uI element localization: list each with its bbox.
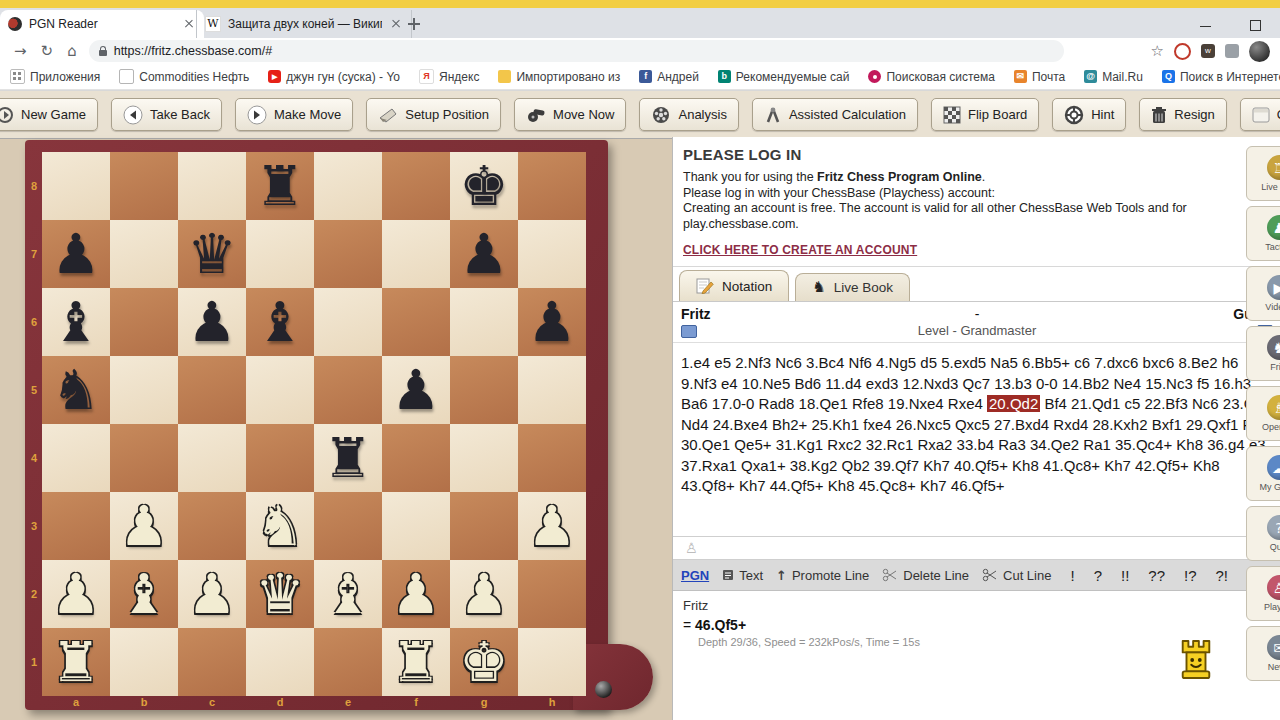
square-f2[interactable]: ♟	[382, 560, 450, 628]
players-icon: ♙	[1267, 575, 1280, 600]
black-rook[interactable]: ♜	[255, 152, 304, 220]
square-f4[interactable]	[382, 424, 450, 492]
square-h4[interactable]	[518, 424, 586, 492]
square-b8[interactable]	[110, 152, 178, 220]
square-c4[interactable]	[178, 424, 246, 492]
square-d1[interactable]	[246, 628, 314, 696]
square-h7[interactable]	[518, 220, 586, 288]
setup-position-button[interactable]: Setup Position	[366, 98, 501, 131]
url-text: https://fritz.chessbase.com/#	[114, 44, 272, 58]
facebook-icon: f	[639, 70, 652, 83]
square-e3[interactable]	[314, 492, 382, 560]
square-e7[interactable]	[314, 220, 382, 288]
youtube-icon: ▶	[268, 70, 281, 83]
bookmark-star-icon[interactable]: ☆	[1151, 42, 1164, 60]
sidebar-tile-players[interactable]: ♙Players	[1246, 566, 1280, 621]
sidebar-tile-label: Opening	[1262, 422, 1280, 432]
white-queen[interactable]: ♛	[255, 560, 304, 628]
square-a5[interactable]: ♞	[42, 356, 110, 424]
black-rook[interactable]: ♜	[323, 424, 372, 492]
current-move-highlight[interactable]: 20.Qd2	[987, 395, 1040, 412]
square-c2[interactable]: ♟	[178, 560, 246, 628]
cut-scissors-icon	[982, 568, 998, 582]
square-h5[interactable]	[518, 356, 586, 424]
annotation-good[interactable]: !	[1070, 567, 1074, 584]
chessboard-icon	[943, 106, 961, 124]
square-a6[interactable]: ♝	[42, 288, 110, 356]
new-game-icon	[0, 106, 14, 124]
black-bishop[interactable]: ♝	[51, 288, 100, 356]
sidebar-tile-label: Quiz	[1270, 542, 1280, 552]
black-pawn[interactable]: ♟	[391, 356, 440, 424]
tab-pgn-reader[interactable]: PGN Reader	[0, 10, 204, 38]
black-king[interactable]: ♚	[459, 152, 508, 220]
moves-line: 9.Nf3 e4 10.Ne5 Bd6 11.d4 exd3 12.Nxd3 Q…	[681, 375, 1251, 392]
white-bishop[interactable]: ♝	[119, 560, 168, 628]
browser-urlbar: → ↻ ⌂ https://fritz.chessbase.com/# ☆ w	[0, 38, 1280, 64]
square-f8[interactable]	[382, 152, 450, 220]
square-a2[interactable]: ♟	[42, 560, 110, 628]
fritz-mascot-icon	[1177, 639, 1215, 681]
sidebar-tile-my-game[interactable]: ☁My Game	[1246, 446, 1280, 501]
white-pawn[interactable]: ♟	[119, 492, 168, 560]
white-pawn[interactable]: ♟	[391, 560, 440, 628]
tab-title: PGN Reader	[29, 17, 175, 31]
white-pawn[interactable]: ♟	[51, 560, 100, 628]
square-c3[interactable]	[178, 492, 246, 560]
browser-tabbar: PGN Reader W Защита двух коней — Википед	[0, 8, 1280, 38]
sidebar-tile-label: Fritz	[1270, 362, 1280, 372]
square-a8[interactable]	[42, 152, 110, 220]
news-icon: ✉	[1267, 635, 1280, 660]
cut-line-button[interactable]: Cut Line	[982, 568, 1051, 583]
square-h1[interactable]	[518, 628, 586, 696]
sidebar-tile-label: Live Che	[1261, 182, 1280, 192]
square-e8[interactable]	[314, 152, 382, 220]
openings-icon: ♗	[1267, 395, 1280, 420]
sidebar-tile-news[interactable]: ✉News	[1246, 626, 1280, 681]
folder-icon	[498, 70, 511, 83]
engine-panel: Fritz = 46.Qf5+ Depth 29/36, Speed = 232…	[673, 591, 1280, 720]
search-system-icon	[868, 70, 881, 83]
login-line3: Creating an account is free. The account…	[683, 201, 1271, 232]
text-button[interactable]: Text	[722, 568, 763, 583]
square-c1[interactable]	[178, 628, 246, 696]
draw-window-icon	[1252, 107, 1270, 123]
sidebar-tile-label: My Game	[1259, 482, 1280, 492]
square-a4[interactable]	[42, 424, 110, 492]
moves-line: 1.e4 e5 2.Nf3 Nc6 3.Bc4 Nf6 4.Ng5 d5 5.e…	[681, 354, 1238, 371]
annotation-dubious[interactable]: ?!	[1216, 567, 1229, 584]
sidebar: ♖Live Che♟Tactics▶Videos♞Fritz♗Opening☁M…	[1246, 146, 1280, 681]
mail-icon: ✉	[1014, 70, 1027, 83]
black-queen[interactable]: ♛	[187, 220, 236, 288]
board-knob-ball	[595, 681, 612, 698]
live-book-knight-icon: ♞	[812, 280, 825, 295]
bookmark-imported[interactable]: Импортировано из	[498, 70, 620, 84]
square-d8[interactable]: ♜	[246, 152, 314, 220]
delete-line-button[interactable]: Delete Line	[882, 568, 969, 583]
square-e2[interactable]: ♝	[314, 560, 382, 628]
new-game-button[interactable]: New Game	[0, 98, 98, 131]
square-b3[interactable]: ♟	[110, 492, 178, 560]
pgn-toolbar: PGN Text ↑ Promote Line Delete Line Cut …	[673, 560, 1280, 591]
extension-gray-icon[interactable]	[1225, 44, 1239, 58]
file-label-d: d	[246, 695, 314, 709]
promote-arrow-icon: ↑	[776, 568, 787, 583]
square-f6[interactable]	[382, 288, 450, 356]
login-line1: Thank you for using the Fritz Chess Prog…	[683, 170, 1271, 186]
chess-board[interactable]: ♜♚♟♛♟♝♟♝♟♞♟♜♟♞♟♟♝♟♛♝♟♟♜♜♚	[42, 152, 586, 696]
assisted-calculation-button[interactable]: Assisted Calculation	[752, 98, 918, 131]
videos-icon: ▶	[1267, 275, 1280, 300]
engine-best-move: 46.Qf5+	[695, 617, 746, 633]
rank-label-3: 3	[27, 492, 41, 560]
mailru-icon: @	[1084, 70, 1097, 83]
square-e1[interactable]	[314, 628, 382, 696]
players-separator: -	[673, 306, 1280, 322]
rank-label-8: 8	[27, 152, 41, 220]
square-d5[interactable]	[246, 356, 314, 424]
window-frame-strip	[0, 0, 1280, 8]
square-c6[interactable]: ♟	[178, 288, 246, 356]
square-d7[interactable]	[246, 220, 314, 288]
rank-label-6: 6	[27, 288, 41, 356]
bookmark-search-system[interactable]: Поисковая система	[868, 70, 994, 84]
login-notice: PLEASE LOG IN Thank you for using the Fr…	[673, 137, 1280, 267]
fritz-icon: ♞	[1267, 335, 1280, 360]
square-e5[interactable]	[314, 356, 382, 424]
square-h8[interactable]	[518, 152, 586, 220]
white-pawn[interactable]: ♟	[459, 560, 508, 628]
square-d3[interactable]: ♞	[246, 492, 314, 560]
take-back-button[interactable]: Take Back	[111, 98, 222, 131]
square-c7[interactable]: ♛	[178, 220, 246, 288]
white-bishop[interactable]: ♝	[323, 560, 372, 628]
rank-label-5: 5	[27, 356, 41, 424]
close-tab-icon[interactable]	[389, 17, 403, 31]
square-f5[interactable]: ♟	[382, 356, 450, 424]
square-e4[interactable]: ♜	[314, 424, 382, 492]
profile-avatar[interactable]	[1249, 41, 1270, 62]
restore-window-icon[interactable]	[1250, 20, 1261, 31]
tab-title: Защита двух коней — Википед	[228, 17, 382, 31]
square-a3[interactable]	[42, 492, 110, 560]
analysis-wheel-icon	[651, 105, 671, 125]
back-arrow-icon	[123, 105, 143, 125]
apps-grid-icon	[10, 69, 25, 84]
pgn-reader-favicon	[8, 17, 22, 31]
address-bar[interactable]: https://fritz.chessbase.com/#	[89, 40, 1064, 62]
sidebar-tile-label: Videos	[1265, 302, 1280, 312]
black-pawn[interactable]: ♟	[527, 288, 576, 356]
annotation-blunder[interactable]: ??	[1148, 567, 1165, 584]
login-title: PLEASE LOG IN	[683, 146, 1271, 163]
annotation-brilliant[interactable]: !!	[1121, 567, 1129, 584]
bookmark-commodities[interactable]: Commodities Нефть	[119, 69, 249, 84]
square-g6[interactable]	[450, 288, 518, 356]
create-account-link[interactable]: CLICK HERE TO CREATE AN ACCOUNT	[683, 243, 917, 257]
bookmark-youtube[interactable]: ▶джун гун (суска) - Yo	[268, 70, 400, 84]
move-now-button[interactable]: Move Now	[514, 98, 626, 131]
right-panel: PLEASE LOG IN Thank you for using the Fr…	[672, 137, 1280, 720]
app-toolbar: New Game Take Back Make Move Setup Posit…	[0, 90, 1280, 139]
whistle-icon	[526, 106, 546, 123]
refresh-icon[interactable]: ↻	[41, 42, 54, 60]
white-rook[interactable]: ♜	[51, 628, 100, 696]
square-d4[interactable]	[246, 424, 314, 492]
moves-line: Kh7 44.Qf5+ Kh8 45.Qc8+ Kh7 46.Qf5+	[739, 477, 1005, 494]
file-labels: abcdefgh	[42, 695, 586, 709]
black-pawn[interactable]: ♟	[459, 220, 508, 288]
square-b2[interactable]: ♝	[110, 560, 178, 628]
pawn-icon: ♙	[685, 540, 698, 556]
file-label-b: b	[110, 695, 178, 709]
bookmark-bing[interactable]: bРекомендуемые сай	[718, 70, 850, 84]
move-input-strip[interactable]: ♙	[673, 536, 1280, 560]
engine-eval: =	[683, 617, 691, 633]
bookmark-yandex[interactable]: ЯЯндекс	[419, 69, 479, 84]
page-icon	[119, 69, 134, 84]
lock-icon	[99, 50, 107, 56]
sidebar-tile-quiz[interactable]: ?Quiz	[1246, 506, 1280, 561]
sidebar-tile-live-che[interactable]: ♖Live Che	[1246, 146, 1280, 201]
yandex-icon: Я	[419, 69, 434, 84]
live-chess-icon: ♖	[1267, 155, 1280, 180]
annotation-interesting[interactable]: !?	[1184, 567, 1197, 584]
square-c5[interactable]	[178, 356, 246, 424]
promote-line-button[interactable]: ↑ Promote Line	[776, 568, 869, 583]
pgn-link[interactable]: PGN	[681, 568, 709, 583]
delete-scissors-icon	[882, 568, 898, 582]
bookmarks-bar: Приложения Commodities Нефть ▶джун гун (…	[0, 64, 1280, 90]
sidebar-tile-label: News	[1268, 662, 1280, 672]
sidebar-tile-fritz[interactable]: ♞Fritz	[1246, 326, 1280, 381]
gripper-icon	[764, 106, 782, 124]
square-b1[interactable]	[110, 628, 178, 696]
square-d2[interactable]: ♛	[246, 560, 314, 628]
square-e6[interactable]	[314, 288, 382, 356]
sidebar-tile-label: Tactics	[1265, 242, 1280, 252]
bookmark-mail[interactable]: ✉Почта	[1014, 70, 1065, 84]
square-b7[interactable]	[110, 220, 178, 288]
move-list[interactable]: 1.e4 e5 2.Nf3 Nc6 3.Bc4 Nf6 4.Ng5 d5 5.e…	[673, 342, 1280, 536]
forward-arrow-icon	[247, 105, 267, 125]
saw-icon	[378, 106, 398, 124]
rank-label-4: 4	[27, 424, 41, 492]
wikipedia-favicon: W	[205, 16, 221, 32]
square-h3[interactable]: ♟	[518, 492, 586, 560]
square-g5[interactable]	[450, 356, 518, 424]
extension-red-icon[interactable]	[1174, 43, 1191, 60]
black-pawn[interactable]: ♟	[51, 220, 100, 288]
square-g2[interactable]: ♟	[450, 560, 518, 628]
extension-dark-icon[interactable]: w	[1201, 44, 1215, 58]
chess-board-frame: 87654321 ♜♚♟♛♟♝♟♝♟♞♟♜♟♞♟♟♝♟♛♝♟♟♜♜♚ abcde…	[25, 140, 608, 710]
my-games-icon: ☁	[1267, 455, 1280, 480]
tab-notation[interactable]: Notation	[679, 270, 789, 301]
flip-board-button[interactable]: Flip Board	[931, 98, 1039, 131]
moves-line: 30.Qe1 Qe5+ 31.Kg1 Rxc2 32.Rc1 Rxa2 33.b…	[681, 436, 1266, 453]
square-g8[interactable]: ♚	[450, 152, 518, 220]
trash-icon	[1151, 106, 1167, 124]
notation-pencil-icon	[696, 278, 714, 294]
square-f3[interactable]	[382, 492, 450, 560]
square-b6[interactable]	[110, 288, 178, 356]
level-label: Level - Grandmaster	[673, 323, 1280, 338]
bookmark-mailru[interactable]: @Mail.Ru	[1084, 70, 1143, 84]
home-icon[interactable]: ⌂	[67, 42, 77, 60]
tactics-icon: ♟	[1267, 215, 1280, 240]
resign-button[interactable]: Resign	[1139, 98, 1226, 131]
sidebar-tile-tactics[interactable]: ♟Tactics	[1246, 206, 1280, 261]
square-g4[interactable]	[450, 424, 518, 492]
make-move-button[interactable]: Make Move	[235, 98, 353, 131]
quiz-icon: ?	[1267, 515, 1280, 540]
rank-label-1: 1	[27, 628, 41, 696]
file-label-a: a	[42, 695, 110, 709]
square-b4[interactable]	[110, 424, 178, 492]
square-f7[interactable]	[382, 220, 450, 288]
tab-live-book[interactable]: ♞ Live Book	[795, 273, 910, 301]
square-d6[interactable]: ♝	[246, 288, 314, 356]
black-bishop[interactable]: ♝	[255, 288, 304, 356]
file-label-c: c	[178, 695, 246, 709]
engine-best-line: = 46.Qf5+	[683, 617, 1271, 633]
bing-icon: b	[718, 70, 731, 83]
minimize-window-icon[interactable]	[1200, 26, 1211, 27]
square-b5[interactable]	[110, 356, 178, 424]
bookmark-web-search[interactable]: QПоиск в Интернете	[1162, 70, 1280, 84]
white-pawn[interactable]: ♟	[527, 492, 576, 560]
rank-label-2: 2	[27, 560, 41, 628]
square-g1[interactable]: ♚	[450, 628, 518, 696]
square-c8[interactable]	[178, 152, 246, 220]
white-pawn[interactable]: ♟	[187, 560, 236, 628]
sidebar-tile-opening[interactable]: ♗Opening	[1246, 386, 1280, 441]
square-a1[interactable]: ♜	[42, 628, 110, 696]
square-f1[interactable]: ♜	[382, 628, 450, 696]
file-label-e: e	[314, 695, 382, 709]
tab-wikipedia[interactable]: W Защита двух коней — Википед	[196, 10, 412, 38]
lifebuoy-icon	[1064, 105, 1084, 125]
square-a7[interactable]: ♟	[42, 220, 110, 288]
text-icon	[722, 569, 734, 581]
sidebar-tile-videos[interactable]: ▶Videos	[1246, 266, 1280, 321]
moves-line: Ba6 17.0-0 Rad8 18.Qe1 Rfe8 19.Nxe4 Rxe4	[681, 395, 987, 412]
login-line2: Please log in with your ChessBase (Playc…	[683, 186, 1271, 202]
app-window: PGN Reader W Защита двух коней — Википед…	[0, 0, 1280, 720]
square-g3[interactable]	[450, 492, 518, 560]
rank-labels: 87654321	[27, 152, 41, 696]
hint-button[interactable]: Hint	[1052, 98, 1126, 131]
white-knight[interactable]: ♞	[255, 492, 304, 560]
notation-tabbar: Notation ♞ Live Book	[673, 267, 1280, 302]
analysis-button[interactable]: Analysis	[639, 98, 738, 131]
file-label-g: g	[450, 695, 518, 709]
square-h6[interactable]: ♟	[518, 288, 586, 356]
moves-line: Bf4 21.Qd1 c5 22.Bf3 Nc6 23.Qb1	[1040, 395, 1272, 412]
square-h2[interactable]	[518, 560, 586, 628]
moves-line: Nd4 24.Bxe4 Bh2+ 25.Kh1 fxe4 26.Nxc5 Qxc…	[681, 416, 1270, 433]
rank-label-7: 7	[27, 220, 41, 288]
engine-name: Fritz	[683, 598, 1271, 613]
web-search-icon: Q	[1162, 70, 1175, 83]
players-bar: Fritz - Guest Level - Grandmaster	[673, 302, 1280, 342]
close-tab-icon[interactable]	[182, 17, 196, 31]
annotation-mistake[interactable]: ?	[1094, 567, 1102, 584]
new-tab-button[interactable]	[406, 16, 422, 32]
file-label-h: h	[518, 695, 586, 709]
sidebar-tile-label: Players	[1264, 602, 1280, 612]
offer-draw-button[interactable]: Offer Draw	[1240, 98, 1280, 131]
square-g7[interactable]: ♟	[450, 220, 518, 288]
bookmark-apps[interactable]: Приложения	[10, 69, 100, 84]
white-king[interactable]: ♚	[459, 628, 508, 696]
black-pawn[interactable]: ♟	[187, 288, 236, 356]
white-rook[interactable]: ♜	[391, 628, 440, 696]
forward-icon[interactable]: →	[14, 42, 27, 60]
file-label-f: f	[382, 695, 450, 709]
black-knight[interactable]: ♞	[51, 356, 100, 424]
bookmark-facebook[interactable]: fАндрей	[639, 70, 699, 84]
